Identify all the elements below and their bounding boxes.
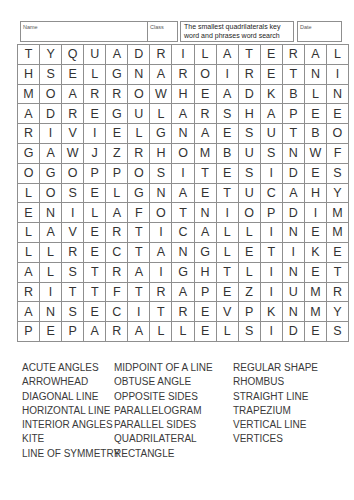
grid-cell: T: [261, 243, 283, 263]
grid-cell: W: [150, 85, 172, 105]
grid-cell: A: [195, 124, 217, 144]
grid-cell: N: [40, 203, 62, 223]
grid-cell: B: [217, 144, 239, 164]
word-item: MIDPOINT OF A LINE: [114, 361, 233, 375]
class-label: Class: [148, 22, 177, 30]
grid-cell: S: [239, 322, 261, 342]
grid-cell: G: [195, 243, 217, 263]
grid-cell: S: [217, 104, 239, 124]
word-list-column: MIDPOINT OF A LINEOBTUSE ANGLEOPPOSITE S…: [114, 361, 233, 461]
grid-cell: Z: [239, 283, 261, 303]
grid-cell: U: [128, 104, 150, 124]
grid-cell: E: [62, 65, 84, 85]
grid-cell: D: [128, 45, 150, 65]
grid-cell: T: [84, 263, 106, 283]
grid-cell: E: [305, 322, 327, 342]
grid-cell: V: [62, 223, 84, 243]
grid-cell: M: [305, 283, 327, 303]
grid-cell: U: [239, 184, 261, 204]
grid-cell: A: [195, 223, 217, 243]
grid-cell: C: [106, 302, 128, 322]
grid-cell: E: [84, 104, 106, 124]
grid-cell: A: [18, 263, 40, 283]
grid-cell: P: [18, 322, 40, 342]
grid-cell: F: [106, 283, 128, 303]
grid-cell: L: [195, 45, 217, 65]
grid-cell: R: [84, 85, 106, 105]
grid-cell: A: [172, 283, 194, 303]
grid-cell: R: [106, 223, 128, 243]
grid-cell: G: [40, 164, 62, 184]
grid-cell: A: [150, 65, 172, 85]
grid-cell: O: [150, 203, 172, 223]
grid-cell: C: [172, 223, 194, 243]
grid-cell: S: [327, 164, 349, 184]
word-item: PARALLELOGRAM: [114, 404, 233, 418]
grid-cell: L: [40, 263, 62, 283]
grid-cell: I: [40, 124, 62, 144]
grid-cell: P: [106, 164, 128, 184]
grid-cell: M: [327, 203, 349, 223]
grid-cell: D: [239, 85, 261, 105]
grid-cell: R: [239, 65, 261, 85]
grid-cell: M: [18, 85, 40, 105]
worksheet-header: Name Class The smallest quadrilaterals k…: [20, 21, 342, 42]
grid-cell: I: [305, 203, 327, 223]
grid-cell: W: [62, 144, 84, 164]
grid-cell: A: [18, 302, 40, 322]
grid-cell: O: [239, 203, 261, 223]
grid-cell: T: [195, 164, 217, 184]
grid-cell: I: [283, 243, 305, 263]
worksheet-title-line-2: word and phrases word search: [184, 32, 290, 41]
grid-cell: L: [217, 223, 239, 243]
grid-cell: K: [261, 85, 283, 105]
grid-cell: E: [261, 65, 283, 85]
grid-cell: G: [172, 263, 194, 283]
grid-cell: S: [40, 65, 62, 85]
grid-cell: E: [327, 243, 349, 263]
word-item: TRAPEZIUM: [233, 404, 318, 418]
grid-cell: I: [217, 203, 239, 223]
grid-cell: N: [283, 144, 305, 164]
grid-cell: O: [172, 144, 194, 164]
grid-cell: E: [217, 283, 239, 303]
word-item: ARROWHEAD: [22, 375, 114, 389]
grid-cell: R: [106, 85, 128, 105]
word-item: REGULAR SHAPE: [233, 361, 318, 375]
grid-cell: E: [305, 104, 327, 124]
grid-cell: Y: [327, 184, 349, 204]
grid-cell: A: [18, 104, 40, 124]
worksheet-title-box: The smallest quadrilaterals key word and…: [180, 21, 294, 42]
wordsearch-grid: TYQUADRILATERALHSELGNAROIRETNIMOARROWHEA…: [17, 44, 349, 342]
grid-cell: I: [217, 65, 239, 85]
grid-cell: H: [18, 65, 40, 85]
grid-cell: E: [106, 124, 128, 144]
grid-cell: T: [128, 283, 150, 303]
grid-cell: T: [283, 124, 305, 144]
grid-cell: R: [172, 302, 194, 322]
word-item: RHOMBUS: [233, 375, 318, 389]
grid-cell: S: [261, 144, 283, 164]
grid-cell: G: [128, 184, 150, 204]
grid-cell: R: [62, 243, 84, 263]
grid-cell: A: [305, 45, 327, 65]
grid-cell: P: [195, 283, 217, 303]
grid-cell: Q: [62, 45, 84, 65]
grid-cell: L: [18, 223, 40, 243]
grid-cell: F: [128, 203, 150, 223]
grid-cell: M: [327, 223, 349, 243]
grid-cell: N: [128, 65, 150, 85]
grid-cell: I: [150, 263, 172, 283]
grid-cell: L: [18, 184, 40, 204]
grid-cell: O: [62, 164, 84, 184]
grid-cell: E: [217, 124, 239, 144]
grid-cell: P: [261, 203, 283, 223]
grid-cell: I: [172, 164, 194, 184]
grid-cell: N: [305, 65, 327, 85]
grid-cell: P: [283, 104, 305, 124]
grid-cell: I: [261, 322, 283, 342]
name-label: Name: [21, 22, 147, 30]
grid-cell: T: [327, 263, 349, 283]
grid-cell: A: [40, 144, 62, 164]
grid-cell: P: [239, 302, 261, 322]
grid-cell: N: [327, 85, 349, 105]
word-item: OBTUSE ANGLE: [114, 375, 233, 389]
grid-cell: U: [239, 144, 261, 164]
grid-cell: N: [172, 243, 194, 263]
grid-cell: E: [305, 223, 327, 243]
grid-cell: A: [40, 223, 62, 243]
grid-cell: F: [327, 144, 349, 164]
grid-cell: V: [217, 302, 239, 322]
grid-cell: E: [327, 104, 349, 124]
grid-cell: B: [283, 85, 305, 105]
grid-cell: D: [40, 104, 62, 124]
grid-cell: T: [128, 243, 150, 263]
grid-cell: L: [84, 65, 106, 85]
grid-cell: L: [305, 85, 327, 105]
word-item: HORIZONTAL LINE: [22, 404, 114, 418]
grid-cell: E: [84, 302, 106, 322]
worksheet-title-line-1: The smallest quadrilaterals key: [184, 23, 290, 32]
grid-cell: G: [18, 144, 40, 164]
word-item: STRAIGHT LINE: [233, 390, 318, 404]
grid-cell: R: [172, 65, 194, 85]
grid-cell: O: [128, 85, 150, 105]
word-item: LINE OF SYMMETRY: [22, 447, 114, 461]
word-item: OPPOSITE SIDES: [114, 390, 233, 404]
grid-cell: S: [239, 124, 261, 144]
grid-cell: O: [128, 164, 150, 184]
grid-cell: L: [217, 243, 239, 263]
grid-cell: R: [18, 124, 40, 144]
grid-cell: N: [195, 203, 217, 223]
grid-cell: R: [106, 322, 128, 342]
grid-cell: G: [106, 104, 128, 124]
grid-cell: T: [217, 263, 239, 283]
grid-cell: D: [283, 322, 305, 342]
grid-cell: J: [84, 144, 106, 164]
grid-cell: E: [18, 203, 40, 223]
grid-cell: A: [172, 184, 194, 204]
grid-cell: E: [217, 164, 239, 184]
grid-cell: E: [84, 223, 106, 243]
grid-cell: I: [40, 283, 62, 303]
word-list: ACUTE ANGLESARROWHEADDIAGONAL LINEHORIZO…: [22, 361, 318, 461]
grid-cell: T: [62, 283, 84, 303]
grid-cell: L: [18, 243, 40, 263]
grid-cell: E: [84, 243, 106, 263]
grid-cell: I: [261, 223, 283, 243]
grid-cell: N: [283, 223, 305, 243]
grid-cell: T: [283, 65, 305, 85]
grid-cell: A: [128, 322, 150, 342]
grid-cell: Y: [327, 302, 349, 322]
word-item: PARALLEL SIDES: [114, 418, 233, 432]
word-item: DIAGONAL LINE: [22, 390, 114, 404]
word-item: QUADRILATERAL: [114, 432, 233, 446]
grid-cell: T: [84, 283, 106, 303]
grid-cell: D: [283, 203, 305, 223]
word-item: VERTICAL LINE: [233, 418, 318, 432]
grid-cell: L: [239, 263, 261, 283]
grid-cell: P: [62, 322, 84, 342]
grid-cell: N: [283, 263, 305, 283]
grid-cell: E: [305, 164, 327, 184]
grid-cell: E: [195, 85, 217, 105]
grid-cell: I: [261, 164, 283, 184]
grid-cell: I: [62, 203, 84, 223]
name-field-box: Name: [20, 21, 147, 42]
grid-cell: G: [150, 124, 172, 144]
grid-cell: R: [195, 104, 217, 124]
grid-cell: I: [261, 263, 283, 283]
grid-cell: Y: [40, 45, 62, 65]
word-item: RECTANGLE: [114, 447, 233, 461]
grid-cell: A: [261, 104, 283, 124]
grid-cell: Z: [106, 144, 128, 164]
grid-cell: T: [172, 203, 194, 223]
grid-cell: E: [195, 322, 217, 342]
grid-cell: N: [283, 302, 305, 322]
grid-cell: R: [150, 283, 172, 303]
grid-cell: O: [40, 184, 62, 204]
grid-cell: E: [40, 322, 62, 342]
grid-cell: A: [62, 85, 84, 105]
grid-cell: I: [261, 283, 283, 303]
grid-cell: U: [84, 45, 106, 65]
grid-cell: S: [62, 263, 84, 283]
grid-cell: M: [305, 302, 327, 322]
grid-cell: R: [62, 104, 84, 124]
grid-cell: P: [84, 164, 106, 184]
grid-cell: S: [62, 302, 84, 322]
grid-cell: T: [18, 45, 40, 65]
grid-cell: I: [128, 302, 150, 322]
grid-cell: E: [305, 263, 327, 283]
word-list-column: ACUTE ANGLESARROWHEADDIAGONAL LINEHORIZO…: [22, 361, 114, 461]
grid-cell: L: [172, 322, 194, 342]
word-item: INTERIOR ANGLES: [22, 418, 114, 432]
grid-cell: R: [128, 144, 150, 164]
grid-cell: N: [172, 124, 194, 144]
grid-cell: W: [305, 144, 327, 164]
grid-cell: A: [84, 322, 106, 342]
grid-cell: L: [84, 203, 106, 223]
word-item: ACUTE ANGLES: [22, 361, 114, 375]
worksheet-page: Name Class The smallest quadrilaterals k…: [0, 0, 354, 500]
grid-cell: R: [18, 283, 40, 303]
grid-cell: S: [150, 164, 172, 184]
grid-cell: C: [106, 243, 128, 263]
grid-cell: L: [217, 322, 239, 342]
grid-cell: A: [172, 104, 194, 124]
grid-cell: S: [327, 322, 349, 342]
grid-cell: T: [239, 45, 261, 65]
grid-cell: R: [283, 45, 305, 65]
grid-cell: L: [128, 124, 150, 144]
grid-cell: G: [106, 65, 128, 85]
word-item: VERTICES: [233, 432, 318, 446]
grid-cell: A: [283, 184, 305, 204]
word-item: KITE: [22, 432, 114, 446]
grid-cell: T: [128, 223, 150, 243]
grid-cell: T: [217, 184, 239, 204]
grid-cell: E: [84, 184, 106, 204]
grid-cell: O: [18, 164, 40, 184]
grid-cell: I: [150, 223, 172, 243]
date-label: Date: [298, 22, 341, 30]
grid-cell: A: [150, 243, 172, 263]
grid-cell: A: [106, 203, 128, 223]
grid-cell: R: [150, 45, 172, 65]
grid-cell: K: [305, 243, 327, 263]
grid-cell: R: [327, 283, 349, 303]
grid-cell: H: [150, 144, 172, 164]
grid-cell: E: [195, 184, 217, 204]
grid-cell: L: [106, 184, 128, 204]
grid-cell: D: [283, 164, 305, 184]
grid-cell: E: [261, 45, 283, 65]
grid-cell: E: [239, 243, 261, 263]
grid-cell: U: [261, 124, 283, 144]
grid-cell: H: [239, 104, 261, 124]
grid-cell: U: [283, 283, 305, 303]
grid-cell: L: [327, 45, 349, 65]
grid-cell: C: [261, 184, 283, 204]
grid-cell: H: [172, 85, 194, 105]
grid-cell: L: [150, 322, 172, 342]
grid-cell: L: [239, 223, 261, 243]
grid-cell: T: [150, 302, 172, 322]
grid-cell: L: [150, 104, 172, 124]
grid-cell: A: [217, 45, 239, 65]
grid-cell: A: [106, 45, 128, 65]
grid-cell: E: [195, 302, 217, 322]
grid-cell: S: [62, 184, 84, 204]
grid-cell: B: [305, 124, 327, 144]
grid-cell: I: [327, 65, 349, 85]
word-list-column: REGULAR SHAPERHOMBUSSTRAIGHT LINETRAPEZI…: [233, 361, 318, 461]
grid-cell: A: [128, 263, 150, 283]
grid-cell: I: [84, 124, 106, 144]
grid-cell: N: [40, 302, 62, 322]
grid-cell: O: [40, 85, 62, 105]
grid-cell: N: [150, 184, 172, 204]
grid-cell: M: [195, 144, 217, 164]
grid-cell: V: [62, 124, 84, 144]
grid-cell: L: [40, 243, 62, 263]
grid-cell: H: [305, 184, 327, 204]
grid-cell: H: [195, 263, 217, 283]
grid-cell: O: [195, 65, 217, 85]
grid-cell: S: [239, 164, 261, 184]
grid-cell: O: [327, 124, 349, 144]
grid-cell: A: [217, 85, 239, 105]
grid-cell: R: [106, 263, 128, 283]
date-field-box: Date: [297, 21, 342, 42]
grid-cell: I: [172, 45, 194, 65]
class-field-box: Class: [147, 21, 178, 42]
grid-cell: K: [261, 302, 283, 322]
